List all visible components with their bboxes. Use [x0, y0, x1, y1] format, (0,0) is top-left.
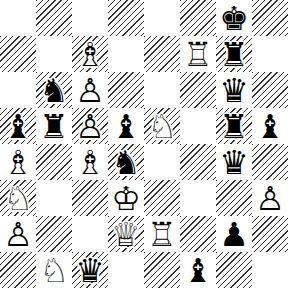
square-c3[interactable] [72, 180, 108, 216]
black-king-glyph: ♚ [216, 0, 252, 36]
black-queen-glyph: ♛ [216, 144, 252, 180]
square-g2[interactable]: ♟ [216, 216, 252, 252]
white-knight-outline-glyph: ♘ [144, 108, 180, 144]
square-e7[interactable] [144, 36, 180, 72]
square-a7[interactable] [0, 36, 36, 72]
black-bishop-glyph: ♝ [0, 108, 36, 144]
white-rook[interactable]: ♜♖ [144, 216, 180, 252]
white-queen[interactable]: ♛♕ [108, 216, 144, 252]
square-d2[interactable]: ♛♕ [108, 216, 144, 252]
white-knight[interactable]: ♞♘ [0, 180, 36, 216]
white-pawn[interactable]: ♟♙ [252, 180, 288, 216]
chess-board: ♚♝♗♜♖♜♞♟♙♛♝♜♟♙♝♞♘♜♝♝♗♝♗♞♛♞♘♚♔♟♙♟♙♛♕♜♖♟♞♘… [0, 0, 288, 288]
white-pawn-outline-glyph: ♙ [0, 216, 36, 252]
black-queen-glyph: ♛ [216, 72, 252, 108]
square-b5[interactable]: ♜ [36, 108, 72, 144]
square-f6[interactable] [180, 72, 216, 108]
square-f8[interactable] [180, 0, 216, 36]
white-bishop[interactable]: ♝♗ [0, 144, 36, 180]
white-king-outline-glyph: ♔ [108, 180, 144, 216]
square-d3[interactable]: ♚♔ [108, 180, 144, 216]
square-e2[interactable]: ♜♖ [144, 216, 180, 252]
black-rook[interactable]: ♜ [216, 108, 252, 144]
square-a5[interactable]: ♝ [0, 108, 36, 144]
square-f4[interactable] [180, 144, 216, 180]
square-b6[interactable]: ♞ [36, 72, 72, 108]
white-rook-outline-glyph: ♖ [180, 36, 216, 72]
white-knight-outline-glyph: ♘ [36, 252, 72, 288]
black-queen[interactable]: ♛ [216, 144, 252, 180]
square-d7[interactable] [108, 36, 144, 72]
white-pawn-outline-glyph: ♙ [252, 180, 288, 216]
white-queen-outline-glyph: ♕ [108, 216, 144, 252]
square-f2[interactable] [180, 216, 216, 252]
square-f1[interactable]: ♝ [180, 252, 216, 288]
black-king[interactable]: ♚ [216, 0, 252, 36]
square-e6[interactable] [144, 72, 180, 108]
black-bishop[interactable]: ♝ [0, 108, 36, 144]
square-e3[interactable] [144, 180, 180, 216]
black-knight-glyph: ♞ [108, 144, 144, 180]
square-b1[interactable]: ♞♘ [36, 252, 72, 288]
square-c7[interactable]: ♝♗ [72, 36, 108, 72]
square-d4[interactable]: ♞ [108, 144, 144, 180]
square-g4[interactable]: ♛ [216, 144, 252, 180]
square-e1[interactable] [144, 252, 180, 288]
white-bishop-outline-glyph: ♗ [72, 36, 108, 72]
square-h1[interactable] [252, 252, 288, 288]
square-d8[interactable] [108, 0, 144, 36]
white-king[interactable]: ♚♔ [108, 180, 144, 216]
square-d5[interactable]: ♝ [108, 108, 144, 144]
square-h5[interactable]: ♝ [252, 108, 288, 144]
square-g8[interactable]: ♚ [216, 0, 252, 36]
square-a8[interactable] [0, 0, 36, 36]
white-pawn-outline-glyph: ♙ [72, 72, 108, 108]
black-knight[interactable]: ♞ [108, 144, 144, 180]
white-rook-outline-glyph: ♖ [144, 216, 180, 252]
square-e5[interactable]: ♞♘ [144, 108, 180, 144]
black-knight-glyph: ♞ [36, 72, 72, 108]
square-g6[interactable]: ♛ [216, 72, 252, 108]
black-rook[interactable]: ♜ [36, 108, 72, 144]
square-h2[interactable] [252, 216, 288, 252]
black-knight[interactable]: ♞ [36, 72, 72, 108]
white-bishop[interactable]: ♝♗ [72, 144, 108, 180]
square-c2[interactable] [72, 216, 108, 252]
white-bishop-outline-glyph: ♗ [0, 144, 36, 180]
square-e4[interactable] [144, 144, 180, 180]
black-bishop-glyph: ♝ [108, 108, 144, 144]
square-a4[interactable]: ♝♗ [0, 144, 36, 180]
square-h6[interactable] [252, 72, 288, 108]
square-b2[interactable] [36, 216, 72, 252]
white-pawn[interactable]: ♟♙ [0, 216, 36, 252]
square-f7[interactable]: ♜♖ [180, 36, 216, 72]
white-knight[interactable]: ♞♘ [36, 252, 72, 288]
square-g5[interactable]: ♜ [216, 108, 252, 144]
black-bishop-glyph: ♝ [180, 252, 216, 288]
square-c4[interactable]: ♝♗ [72, 144, 108, 180]
black-queen-glyph: ♛ [72, 252, 108, 288]
square-a1[interactable] [0, 252, 36, 288]
square-c5[interactable]: ♟♙ [72, 108, 108, 144]
white-pawn[interactable]: ♟♙ [72, 108, 108, 144]
black-queen[interactable]: ♛ [216, 72, 252, 108]
square-c6[interactable]: ♟♙ [72, 72, 108, 108]
square-b4[interactable] [36, 144, 72, 180]
square-c8[interactable] [72, 0, 108, 36]
square-g7[interactable]: ♜ [216, 36, 252, 72]
black-pawn[interactable]: ♟ [216, 216, 252, 252]
square-e8[interactable] [144, 0, 180, 36]
black-bishop-glyph: ♝ [252, 108, 288, 144]
square-b3[interactable] [36, 180, 72, 216]
black-rook-glyph: ♜ [216, 36, 252, 72]
square-h7[interactable] [252, 36, 288, 72]
square-d1[interactable] [108, 252, 144, 288]
white-bishop[interactable]: ♝♗ [72, 36, 108, 72]
square-f3[interactable] [180, 180, 216, 216]
black-pawn-glyph: ♟ [216, 216, 252, 252]
square-b8[interactable] [36, 0, 72, 36]
square-h4[interactable] [252, 144, 288, 180]
black-rook[interactable]: ♜ [216, 36, 252, 72]
white-pawn-outline-glyph: ♙ [72, 108, 108, 144]
black-bishop[interactable]: ♝ [108, 108, 144, 144]
white-pawn[interactable]: ♟♙ [72, 72, 108, 108]
black-rook-glyph: ♜ [216, 108, 252, 144]
black-queen[interactable]: ♛ [72, 252, 108, 288]
black-rook-glyph: ♜ [36, 108, 72, 144]
square-g1[interactable] [216, 252, 252, 288]
square-a6[interactable] [0, 72, 36, 108]
square-a2[interactable]: ♟♙ [0, 216, 36, 252]
white-bishop-outline-glyph: ♗ [72, 144, 108, 180]
square-h3[interactable]: ♟♙ [252, 180, 288, 216]
square-g3[interactable] [216, 180, 252, 216]
square-b7[interactable] [36, 36, 72, 72]
white-knight[interactable]: ♞♘ [144, 108, 180, 144]
white-knight-outline-glyph: ♘ [0, 180, 36, 216]
square-d6[interactable] [108, 72, 144, 108]
square-h8[interactable] [252, 0, 288, 36]
black-bishop[interactable]: ♝ [180, 252, 216, 288]
square-a3[interactable]: ♞♘ [0, 180, 36, 216]
square-f5[interactable] [180, 108, 216, 144]
black-bishop[interactable]: ♝ [252, 108, 288, 144]
square-c1[interactable]: ♛ [72, 252, 108, 288]
white-rook[interactable]: ♜♖ [180, 36, 216, 72]
